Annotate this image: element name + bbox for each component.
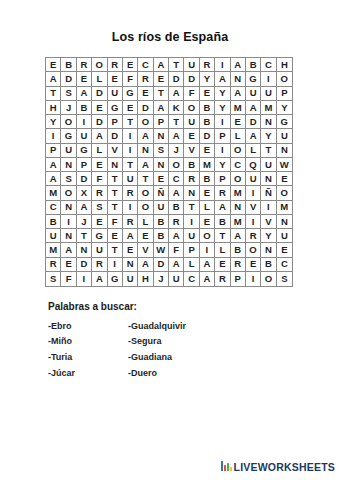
grid-cell-r15c16[interactable]: C bbox=[277, 258, 292, 272]
grid-cell-r7c8[interactable]: S bbox=[154, 144, 169, 158]
grid-cell-r13c16[interactable]: U bbox=[277, 229, 292, 243]
grid-cell-r10c4[interactable]: R bbox=[92, 186, 107, 200]
grid-cell-r12c14[interactable]: I bbox=[246, 215, 261, 229]
grid-cell-r7c9[interactable]: J bbox=[169, 144, 184, 158]
grid-cell-r2c9[interactable]: D bbox=[169, 72, 184, 86]
grid-cell-r11c5[interactable]: T bbox=[108, 201, 123, 215]
grid-cell-r15c6[interactable]: N bbox=[123, 258, 138, 272]
grid-cell-r16c13[interactable]: P bbox=[231, 272, 246, 286]
grid-cell-r16c7[interactable]: H bbox=[138, 272, 153, 286]
grid-cell-r5c15[interactable]: N bbox=[261, 115, 276, 129]
grid-cell-r14c1[interactable]: M bbox=[46, 243, 61, 257]
grid-cell-r15c1[interactable]: R bbox=[46, 258, 61, 272]
grid-cell-r9c9[interactable]: C bbox=[169, 172, 184, 186]
grid-cell-r5c11[interactable]: B bbox=[200, 115, 215, 129]
grid-cell-r1c12[interactable]: I bbox=[215, 58, 230, 72]
grid-cell-r5c10[interactable]: U bbox=[184, 115, 199, 129]
grid-cell-r16c8[interactable]: J bbox=[154, 272, 169, 286]
word-item: -Turia bbox=[48, 349, 128, 365]
grid-cell-r3c8[interactable]: T bbox=[154, 87, 169, 101]
grid-cell-r11c10[interactable]: T bbox=[184, 201, 199, 215]
grid-cell-r5c3[interactable]: I bbox=[77, 115, 92, 129]
grid-cell-r6c10[interactable]: E bbox=[184, 129, 199, 143]
grid-cell-r6c2[interactable]: G bbox=[61, 129, 76, 143]
grid-cell-r12c3[interactable]: J bbox=[77, 215, 92, 229]
grid-cell-r5c9[interactable]: T bbox=[169, 115, 184, 129]
grid-cell-r4c10[interactable]: O bbox=[184, 101, 199, 115]
word-item: -Miño bbox=[48, 334, 128, 350]
word-list-header: Palabras a buscar: bbox=[48, 301, 308, 312]
grid-cell-r3c7[interactable]: E bbox=[138, 87, 153, 101]
grid-cell-r15c5[interactable]: I bbox=[108, 258, 123, 272]
grid-cell-r7c11[interactable]: E bbox=[200, 144, 215, 158]
grid-cell-r14c3[interactable]: N bbox=[77, 243, 92, 257]
grid-cell-r11c6[interactable]: I bbox=[123, 201, 138, 215]
grid-cell-r8c2[interactable]: N bbox=[61, 158, 76, 172]
grid-cell-r10c7[interactable]: O bbox=[138, 186, 153, 200]
grid-cell-r13c3[interactable]: T bbox=[77, 229, 92, 243]
grid-cell-r5c12[interactable]: I bbox=[215, 115, 230, 129]
grid-cell-r12c15[interactable]: V bbox=[261, 215, 276, 229]
grid-cell-r14c5[interactable]: T bbox=[108, 243, 123, 257]
grid-cell-r7c15[interactable]: T bbox=[261, 144, 276, 158]
grid-cell-r6c6[interactable]: I bbox=[123, 129, 138, 143]
grid-cell-r9c15[interactable]: N bbox=[261, 172, 276, 186]
grid-cell-r13c2[interactable]: N bbox=[61, 229, 76, 243]
grid-cell-r7c4[interactable]: L bbox=[92, 144, 107, 158]
grid-cell-r13c7[interactable]: E bbox=[138, 229, 153, 243]
grid-cell-r14c14[interactable]: O bbox=[246, 243, 261, 257]
grid-cell-r10c11[interactable]: E bbox=[200, 186, 215, 200]
grid-cell-r6c15[interactable]: Y bbox=[261, 129, 276, 143]
grid-cell-r12c4[interactable]: E bbox=[92, 215, 107, 229]
grid-cell-r14c4[interactable]: U bbox=[92, 243, 107, 257]
grid-cell-r10c9[interactable]: A bbox=[169, 186, 184, 200]
grid-cell-r9c6[interactable]: U bbox=[123, 172, 138, 186]
grid-cell-r4c11[interactable]: B bbox=[200, 101, 215, 115]
grid-cell-r14c15[interactable]: N bbox=[261, 243, 276, 257]
grid-cell-r9c11[interactable]: B bbox=[200, 172, 215, 186]
word-search-grid: EBRORECATURIABCHADELEFREDDYANGIOTSADUGET… bbox=[45, 57, 293, 287]
grid-cell-r1c9[interactable]: T bbox=[169, 58, 184, 72]
grid-cell-r7c13[interactable]: O bbox=[231, 144, 246, 158]
grid-cell-r8c3[interactable]: P bbox=[77, 158, 92, 172]
grid-cell-r1c14[interactable]: B bbox=[246, 58, 261, 72]
grid-cell-r13c13[interactable]: A bbox=[231, 229, 246, 243]
grid-cell-r10c16[interactable]: O bbox=[277, 186, 292, 200]
grid-cell-r5c13[interactable]: E bbox=[231, 115, 246, 129]
bar-chart-logo-icon bbox=[221, 461, 232, 471]
grid-cell-r8c7[interactable]: A bbox=[138, 158, 153, 172]
word-list-column-2: -Guadalquivir-Segura-Guadiana-Duero bbox=[128, 318, 248, 380]
grid-cell-r5c4[interactable]: D bbox=[92, 115, 107, 129]
grid-cell-r6c16[interactable]: U bbox=[277, 129, 292, 143]
grid-cell-r8c11[interactable]: M bbox=[200, 158, 215, 172]
grid-cell-r12c16[interactable]: N bbox=[277, 215, 292, 229]
grid-cell-r4c15[interactable]: M bbox=[261, 101, 276, 115]
grid-cell-r9c8[interactable]: E bbox=[154, 172, 169, 186]
grid-cell-r4c4[interactable]: E bbox=[92, 101, 107, 115]
grid-cell-r2c5[interactable]: E bbox=[108, 72, 123, 86]
grid-cell-r2c10[interactable]: D bbox=[184, 72, 199, 86]
grid-cell-r16c15[interactable]: O bbox=[261, 272, 276, 286]
grid-cell-r6c5[interactable]: D bbox=[108, 129, 123, 143]
grid-cell-r6c1[interactable]: I bbox=[46, 129, 61, 143]
grid-cell-r9c16[interactable]: E bbox=[277, 172, 292, 186]
grid-cell-r13c14[interactable]: R bbox=[246, 229, 261, 243]
grid-cell-r6c3[interactable]: U bbox=[77, 129, 92, 143]
grid-cell-r13c15[interactable]: Y bbox=[261, 229, 276, 243]
grid-cell-r14c8[interactable]: W bbox=[154, 243, 169, 257]
grid-cell-r5c16[interactable]: G bbox=[277, 115, 292, 129]
grid-cell-r8c6[interactable]: T bbox=[123, 158, 138, 172]
grid-cell-r9c10[interactable]: R bbox=[184, 172, 199, 186]
grid-cell-r15c10[interactable]: L bbox=[184, 258, 199, 272]
grid-cell-r11c2[interactable]: N bbox=[61, 201, 76, 215]
grid-cell-r14c13[interactable]: B bbox=[231, 243, 246, 257]
word-item: -Guadiana bbox=[128, 349, 248, 365]
grid-cell-r15c4[interactable]: R bbox=[92, 258, 107, 272]
grid-cell-r7c5[interactable]: V bbox=[108, 144, 123, 158]
grid-cell-r1c8[interactable]: A bbox=[154, 58, 169, 72]
grid-cell-r5c5[interactable]: P bbox=[108, 115, 123, 129]
grid-cell-r5c6[interactable]: T bbox=[123, 115, 138, 129]
grid-cell-r6c12[interactable]: P bbox=[215, 129, 230, 143]
grid-cell-r7c16[interactable]: N bbox=[277, 144, 292, 158]
grid-cell-r4c3[interactable]: B bbox=[77, 101, 92, 115]
grid-cell-r11c1[interactable]: C bbox=[46, 201, 61, 215]
grid-cell-r13c5[interactable]: E bbox=[108, 229, 123, 243]
grid-cell-r7c6[interactable]: I bbox=[123, 144, 138, 158]
grid-cell-r11c7[interactable]: O bbox=[138, 201, 153, 215]
word-list-columns: -Ebro-Miño-Turia-Júcar -Guadalquivir-Seg… bbox=[48, 318, 308, 380]
liveworksheets-brand-link[interactable]: LIVEWORKSHEETS bbox=[221, 461, 335, 472]
grid-cell-r4c16[interactable]: Y bbox=[277, 101, 292, 115]
grid-cell-r5c14[interactable]: D bbox=[246, 115, 261, 129]
grid-cell-r9c2[interactable]: S bbox=[61, 172, 76, 186]
grid-cell-r1c3[interactable]: R bbox=[77, 58, 92, 72]
grid-cell-r14c7[interactable]: V bbox=[138, 243, 153, 257]
grid-cell-r9c7[interactable]: T bbox=[138, 172, 153, 186]
grid-cell-r1c6[interactable]: E bbox=[123, 58, 138, 72]
grid-cell-r8c12[interactable]: Y bbox=[215, 158, 230, 172]
grid-cell-r16c12[interactable]: R bbox=[215, 272, 230, 286]
grid-cell-r3c15[interactable]: U bbox=[261, 87, 276, 101]
grid-cell-r3c16[interactable]: P bbox=[277, 87, 292, 101]
grid-cell-r1c16[interactable]: H bbox=[277, 58, 292, 72]
grid-cell-r1c11[interactable]: R bbox=[200, 58, 215, 72]
grid-cell-r12c5[interactable]: F bbox=[108, 215, 123, 229]
grid-cell-r6c7[interactable]: A bbox=[138, 129, 153, 143]
grid-cell-r16c2[interactable]: F bbox=[61, 272, 76, 286]
grid-cell-r11c14[interactable]: V bbox=[246, 201, 261, 215]
grid-cell-r10c3[interactable]: X bbox=[77, 186, 92, 200]
grid-cell-r9c14[interactable]: U bbox=[246, 172, 261, 186]
grid-cell-r8c14[interactable]: Q bbox=[246, 158, 261, 172]
grid-cell-r16c11[interactable]: A bbox=[200, 272, 215, 286]
word-list-section: Palabras a buscar: -Ebro-Miño-Turia-Júca… bbox=[48, 301, 308, 380]
grid-cell-r13c6[interactable]: A bbox=[123, 229, 138, 243]
grid-cell-r7c1[interactable]: P bbox=[46, 144, 61, 158]
grid-cell-r4c9[interactable]: K bbox=[169, 101, 184, 115]
grid-cell-r2c14[interactable]: G bbox=[246, 72, 261, 86]
grid-cell-r12c13[interactable]: M bbox=[231, 215, 246, 229]
word-item: -Segura bbox=[128, 334, 248, 350]
grid-cell-r8c9[interactable]: O bbox=[169, 158, 184, 172]
grid-cell-r3c12[interactable]: Y bbox=[215, 87, 230, 101]
grid-cell-r3c10[interactable]: F bbox=[184, 87, 199, 101]
grid-cell-r3c4[interactable]: D bbox=[92, 87, 107, 101]
grid-cell-r8c16[interactable]: W bbox=[277, 158, 292, 172]
grid-cell-r3c14[interactable]: U bbox=[246, 87, 261, 101]
word-item: -Júcar bbox=[48, 365, 128, 381]
grid-cell-r4c8[interactable]: A bbox=[154, 101, 169, 115]
grid-cell-r7c2[interactable]: U bbox=[61, 144, 76, 158]
grid-cell-r2c1[interactable]: A bbox=[46, 72, 61, 86]
grid-cell-r14c11[interactable]: I bbox=[200, 243, 215, 257]
grid-cell-r2c6[interactable]: F bbox=[123, 72, 138, 86]
grid-cell-r3c13[interactable]: A bbox=[231, 87, 246, 101]
grid-cell-r8c5[interactable]: N bbox=[108, 158, 123, 172]
grid-cell-r15c11[interactable]: A bbox=[200, 258, 215, 272]
grid-cell-r10c13[interactable]: M bbox=[231, 186, 246, 200]
grid-cell-r4c12[interactable]: Y bbox=[215, 101, 230, 115]
logo-bar bbox=[230, 467, 232, 471]
grid-cell-r13c9[interactable]: A bbox=[169, 229, 184, 243]
grid-cell-r2c16[interactable]: O bbox=[277, 72, 292, 86]
grid-cell-r15c3[interactable]: D bbox=[77, 258, 92, 272]
grid-cell-r4c2[interactable]: J bbox=[61, 101, 76, 115]
grid-cell-r9c4[interactable]: F bbox=[92, 172, 107, 186]
grid-cell-r2c15[interactable]: I bbox=[261, 72, 276, 86]
grid-cell-r7c10[interactable]: V bbox=[184, 144, 199, 158]
grid-cell-r8c1[interactable]: A bbox=[46, 158, 61, 172]
word-item: -Duero bbox=[128, 365, 248, 381]
grid-cell-r2c8[interactable]: E bbox=[154, 72, 169, 86]
grid-cell-r1c2[interactable]: B bbox=[61, 58, 76, 72]
grid-cell-r1c15[interactable]: C bbox=[261, 58, 276, 72]
grid-cell-r16c14[interactable]: I bbox=[246, 272, 261, 286]
grid-cell-r11c16[interactable]: M bbox=[277, 201, 292, 215]
grid-cell-r2c3[interactable]: E bbox=[77, 72, 92, 86]
grid-cell-r13c12[interactable]: T bbox=[215, 229, 230, 243]
grid-cell-r13c4[interactable]: G bbox=[92, 229, 107, 243]
grid-cell-r1c4[interactable]: O bbox=[92, 58, 107, 72]
grid-cell-r14c10[interactable]: P bbox=[184, 243, 199, 257]
grid-cell-r8c4[interactable]: E bbox=[92, 158, 107, 172]
grid-cell-r2c13[interactable]: N bbox=[231, 72, 246, 86]
grid-cell-r16c10[interactable]: C bbox=[184, 272, 199, 286]
grid-cell-r6c4[interactable]: A bbox=[92, 129, 107, 143]
grid-cell-r6c14[interactable]: A bbox=[246, 129, 261, 143]
grid-cell-r14c16[interactable]: E bbox=[277, 243, 292, 257]
grid-cell-r11c15[interactable]: I bbox=[261, 201, 276, 215]
grid-cell-r16c1[interactable]: S bbox=[46, 272, 61, 286]
grid-cell-r2c2[interactable]: D bbox=[61, 72, 76, 86]
grid-cell-r9c12[interactable]: P bbox=[215, 172, 230, 186]
grid-cell-r15c7[interactable]: A bbox=[138, 258, 153, 272]
grid-cell-r3c9[interactable]: A bbox=[169, 87, 184, 101]
grid-cell-r16c16[interactable]: S bbox=[277, 272, 292, 286]
grid-cell-r9c13[interactable]: O bbox=[231, 172, 246, 186]
grid-cell-r16c5[interactable]: G bbox=[108, 272, 123, 286]
grid-cell-r6c11[interactable]: D bbox=[200, 129, 215, 143]
grid-cell-r10c1[interactable]: M bbox=[46, 186, 61, 200]
grid-cell-r3c11[interactable]: E bbox=[200, 87, 215, 101]
grid-cell-r16c9[interactable]: U bbox=[169, 272, 184, 286]
worksheet-page: Los ríos de España EBRORECATURIABCHADELE… bbox=[0, 0, 340, 480]
grid-cell-r1c13[interactable]: A bbox=[231, 58, 246, 72]
grid-cell-r12c12[interactable]: B bbox=[215, 215, 230, 229]
grid-cell-r1c5[interactable]: R bbox=[108, 58, 123, 72]
grid-cell-r13c1[interactable]: U bbox=[46, 229, 61, 243]
grid-cell-r10c15[interactable]: Ñ bbox=[261, 186, 276, 200]
grid-cell-r4c6[interactable]: E bbox=[123, 101, 138, 115]
grid-cell-r11c9[interactable]: B bbox=[169, 201, 184, 215]
grid-cell-r15c14[interactable]: E bbox=[246, 258, 261, 272]
word-item: -Guadalquivir bbox=[128, 318, 248, 334]
grid-cell-r5c2[interactable]: O bbox=[61, 115, 76, 129]
grid-cell-r10c14[interactable]: I bbox=[246, 186, 261, 200]
grid-cell-r10c5[interactable]: T bbox=[108, 186, 123, 200]
grid-cell-r7c12[interactable]: I bbox=[215, 144, 230, 158]
grid-cell-r10c10[interactable]: N bbox=[184, 186, 199, 200]
grid-cell-r16c4[interactable]: A bbox=[92, 272, 107, 286]
grid-cell-r10c2[interactable]: O bbox=[61, 186, 76, 200]
grid-cell-r16c6[interactable]: U bbox=[123, 272, 138, 286]
grid-cell-r4c7[interactable]: D bbox=[138, 101, 153, 115]
grid-cell-r7c3[interactable]: G bbox=[77, 144, 92, 158]
grid-cell-r12c6[interactable]: R bbox=[123, 215, 138, 229]
grid-cell-r14c9[interactable]: F bbox=[169, 243, 184, 257]
grid-cell-r11c8[interactable]: U bbox=[154, 201, 169, 215]
grid-cell-r15c13[interactable]: R bbox=[231, 258, 246, 272]
grid-cell-r15c12[interactable]: E bbox=[215, 258, 230, 272]
grid-cell-r2c11[interactable]: Y bbox=[200, 72, 215, 86]
grid-cell-r14c2[interactable]: A bbox=[61, 243, 76, 257]
grid-cell-r4c14[interactable]: A bbox=[246, 101, 261, 115]
grid-cell-r6c9[interactable]: A bbox=[169, 129, 184, 143]
grid-cell-r4c13[interactable]: M bbox=[231, 101, 246, 115]
grid-cell-r9c1[interactable]: A bbox=[46, 172, 61, 186]
grid-cell-r5c1[interactable]: Y bbox=[46, 115, 61, 129]
grid-cell-r4c1[interactable]: H bbox=[46, 101, 61, 115]
grid-cell-r15c15[interactable]: B bbox=[261, 258, 276, 272]
grid-cell-r1c1[interactable]: E bbox=[46, 58, 61, 72]
grid-cell-r11c13[interactable]: N bbox=[231, 201, 246, 215]
grid-cell-r1c7[interactable]: C bbox=[138, 58, 153, 72]
grid-cell-r8c10[interactable]: B bbox=[184, 158, 199, 172]
grid-cell-r10c12[interactable]: R bbox=[215, 186, 230, 200]
grid-cell-r12c8[interactable]: B bbox=[154, 215, 169, 229]
liveworksheets-brand-text: LIVEWORKSHEETS bbox=[234, 462, 335, 473]
grid-cell-r12c9[interactable]: R bbox=[169, 215, 184, 229]
grid-cell-r7c14[interactable]: L bbox=[246, 144, 261, 158]
logo-bar bbox=[227, 463, 229, 471]
grid-cell-r3c3[interactable]: A bbox=[77, 87, 92, 101]
grid-cell-r11c4[interactable]: S bbox=[92, 201, 107, 215]
grid-cell-r13c10[interactable]: U bbox=[184, 229, 199, 243]
grid-cell-r3c2[interactable]: S bbox=[61, 87, 76, 101]
grid-cell-r14c12[interactable]: L bbox=[215, 243, 230, 257]
word-list-column-1: -Ebro-Miño-Turia-Júcar bbox=[48, 318, 128, 380]
logo-bar bbox=[224, 465, 226, 471]
grid-cell-r3c5[interactable]: U bbox=[108, 87, 123, 101]
grid-cell-r13c8[interactable]: B bbox=[154, 229, 169, 243]
grid-cell-r15c9[interactable]: A bbox=[169, 258, 184, 272]
grid-cell-r11c3[interactable]: A bbox=[77, 201, 92, 215]
grid-cell-r13c11[interactable]: O bbox=[200, 229, 215, 243]
grid-cell-r11c12[interactable]: A bbox=[215, 201, 230, 215]
grid-cell-r2c12[interactable]: A bbox=[215, 72, 230, 86]
grid-cell-r5c8[interactable]: P bbox=[154, 115, 169, 129]
logo-bar bbox=[221, 461, 223, 471]
grid-cell-r11c11[interactable]: L bbox=[200, 201, 215, 215]
grid-cell-r16c3[interactable]: I bbox=[77, 272, 92, 286]
grid-cell-r8c15[interactable]: U bbox=[261, 158, 276, 172]
grid-cell-r2c4[interactable]: L bbox=[92, 72, 107, 86]
grid-cell-r1c10[interactable]: U bbox=[184, 58, 199, 72]
grid-cell-r12c10[interactable]: I bbox=[184, 215, 199, 229]
grid-cell-r7c7[interactable]: N bbox=[138, 144, 153, 158]
grid-cell-r6c8[interactable]: N bbox=[154, 129, 169, 143]
grid-cell-r10c6[interactable]: R bbox=[123, 186, 138, 200]
grid-cell-r2c7[interactable]: R bbox=[138, 72, 153, 86]
grid-cell-r8c8[interactable]: N bbox=[154, 158, 169, 172]
grid-cell-r12c1[interactable]: B bbox=[46, 215, 61, 229]
grid-cell-r12c11[interactable]: E bbox=[200, 215, 215, 229]
grid-cell-r4c5[interactable]: G bbox=[108, 101, 123, 115]
grid-cell-r12c7[interactable]: L bbox=[138, 215, 153, 229]
grid-cell-r3c1[interactable]: T bbox=[46, 87, 61, 101]
grid-cell-r14c6[interactable]: E bbox=[123, 243, 138, 257]
word-item: -Ebro bbox=[48, 318, 128, 334]
grid-cell-r9c5[interactable]: T bbox=[108, 172, 123, 186]
grid-cell-r3c6[interactable]: G bbox=[123, 87, 138, 101]
grid-cell-r6c13[interactable]: L bbox=[231, 129, 246, 143]
grid-cell-r5c7[interactable]: O bbox=[138, 115, 153, 129]
grid-cell-r12c2[interactable]: I bbox=[61, 215, 76, 229]
grid-cell-r10c8[interactable]: Ñ bbox=[154, 186, 169, 200]
page-title: Los ríos de España bbox=[0, 30, 340, 44]
grid-cell-r9c3[interactable]: D bbox=[77, 172, 92, 186]
grid-cell-r15c8[interactable]: D bbox=[154, 258, 169, 272]
grid-cell-r8c13[interactable]: C bbox=[231, 158, 246, 172]
grid-cell-r15c2[interactable]: E bbox=[61, 258, 76, 272]
